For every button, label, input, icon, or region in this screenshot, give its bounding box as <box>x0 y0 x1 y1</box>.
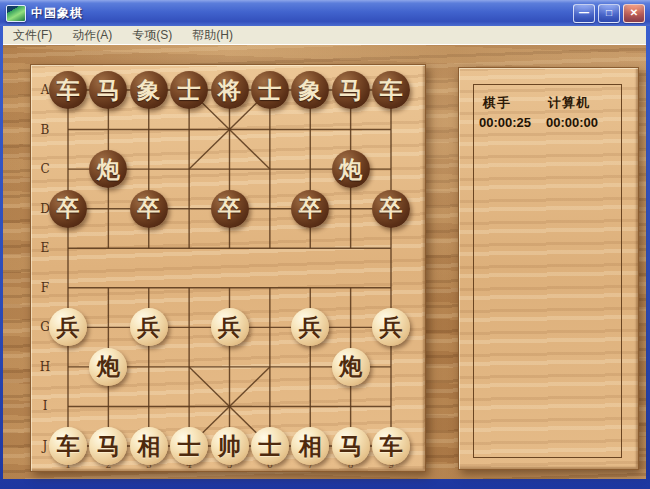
piece-相-red[interactable]: 相 <box>130 427 168 465</box>
piece-士-black[interactable]: 士 <box>170 71 208 109</box>
piece-象-black[interactable]: 象 <box>130 71 168 109</box>
menu-bar: 文件(F) 动作(A) 专项(S) 帮助(H) <box>3 26 646 45</box>
piece-兵-red[interactable]: 兵 <box>130 308 168 346</box>
piece-士-red[interactable]: 士 <box>251 427 289 465</box>
piece-士-black[interactable]: 士 <box>251 71 289 109</box>
timer-box: 棋手 计算机 00:00:25 00:00:00 <box>473 84 622 458</box>
row-label-H: H <box>37 361 53 373</box>
piece-卒-black[interactable]: 卒 <box>49 190 87 228</box>
piece-车-red[interactable]: 车 <box>49 427 87 465</box>
menu-file[interactable]: 文件(F) <box>3 27 62 44</box>
window-controls: — □ ✕ <box>573 4 646 23</box>
piece-车-red[interactable]: 车 <box>372 427 410 465</box>
piece-卒-black[interactable]: 卒 <box>291 190 329 228</box>
board-grid[interactable] <box>31 65 427 473</box>
piece-象-black[interactable]: 象 <box>291 71 329 109</box>
title-bar: 中国象棋 — □ ✕ <box>0 0 650 26</box>
menu-action[interactable]: 动作(A) <box>62 27 122 44</box>
row-label-C: C <box>37 163 53 175</box>
client-area: ABCDEFGHIJ 123456789 车马象士将士象马车炮炮卒卒卒卒卒兵兵兵… <box>3 45 646 479</box>
window-title: 中国象棋 <box>31 5 83 22</box>
piece-车-black[interactable]: 车 <box>49 71 87 109</box>
timer-panel: 棋手 计算机 00:00:25 00:00:00 <box>458 67 639 470</box>
player-label: 棋手 <box>483 94 511 112</box>
board-panel: ABCDEFGHIJ 123456789 车马象士将士象马车炮炮卒卒卒卒卒兵兵兵… <box>30 64 426 472</box>
piece-炮-red[interactable]: 炮 <box>332 348 370 386</box>
menu-options[interactable]: 专项(S) <box>122 27 182 44</box>
piece-马-red[interactable]: 马 <box>332 427 370 465</box>
computer-time: 00:00:00 <box>546 115 598 130</box>
piece-马-black[interactable]: 马 <box>332 71 370 109</box>
piece-卒-black[interactable]: 卒 <box>372 190 410 228</box>
piece-炮-black[interactable]: 炮 <box>332 150 370 188</box>
player-time: 00:00:25 <box>479 115 531 130</box>
row-label-I: I <box>37 400 53 412</box>
app-icon <box>6 5 26 22</box>
row-label-E: E <box>37 242 53 254</box>
menu-help[interactable]: 帮助(H) <box>182 27 243 44</box>
app-window: 中国象棋 — □ ✕ 文件(F) 动作(A) 专项(S) 帮助(H) ABCDE… <box>0 0 650 489</box>
maximize-button[interactable]: □ <box>598 4 620 23</box>
computer-label: 计算机 <box>548 94 590 112</box>
piece-将-black[interactable]: 将 <box>211 71 249 109</box>
piece-卒-black[interactable]: 卒 <box>211 190 249 228</box>
piece-士-red[interactable]: 士 <box>170 427 208 465</box>
close-button[interactable]: ✕ <box>623 4 645 23</box>
piece-车-black[interactable]: 车 <box>372 71 410 109</box>
minimize-button[interactable]: — <box>573 4 595 23</box>
row-label-F: F <box>37 282 53 294</box>
piece-帅-red[interactable]: 帅 <box>211 427 249 465</box>
piece-卒-black[interactable]: 卒 <box>130 190 168 228</box>
piece-兵-red[interactable]: 兵 <box>211 308 249 346</box>
row-label-B: B <box>37 124 53 136</box>
